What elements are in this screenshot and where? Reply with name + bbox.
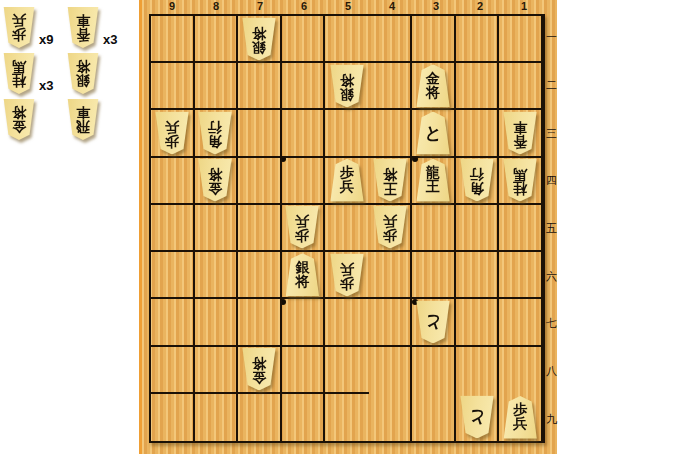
square-6g[interactable] xyxy=(282,299,326,346)
koma-kanji: 歩 xyxy=(340,166,354,180)
square-2a[interactable] xyxy=(456,16,500,63)
file-label-8: 8 xyxy=(194,0,238,14)
gote-pawn-piece[interactable]: 歩兵 xyxy=(284,206,321,249)
file-label-6: 6 xyxy=(282,0,326,14)
square-8d[interactable]: 金将 xyxy=(195,158,239,205)
square-8h[interactable] xyxy=(195,347,239,394)
hand-slot-lance: 香車x3 xyxy=(66,2,130,48)
sente-dragon-piece[interactable]: 龍王 xyxy=(415,159,452,202)
hand-slot-pawn: 歩兵x9 xyxy=(2,2,66,48)
koma-kanji: と xyxy=(468,409,485,426)
sente-pawn-piece[interactable]: 歩兵 xyxy=(328,159,365,202)
koma-kanji: 兵 xyxy=(340,261,354,275)
koma-kanji: 馬 xyxy=(12,59,26,73)
koma-kanji: 兵 xyxy=(513,417,527,431)
square-4b[interactable] xyxy=(369,63,413,110)
square-9e[interactable] xyxy=(151,205,195,252)
rank-labels: 一二三四五六七八九 xyxy=(546,14,557,443)
koma-kanji: と xyxy=(424,313,441,330)
koma-kanji: 将 xyxy=(76,59,90,73)
gote-lance-piece[interactable]: 香車 xyxy=(66,7,100,48)
koma-kanji: 王 xyxy=(383,181,397,195)
koma-face: 銀将 xyxy=(66,53,100,94)
koma-kanji: 兵 xyxy=(12,13,26,27)
hand-count-lance: x3 xyxy=(103,32,117,47)
gote-bishop-piece[interactable]: 角行 xyxy=(458,159,495,202)
gote-rook-piece[interactable]: 飛車 xyxy=(66,99,100,140)
koma-kanji: と xyxy=(424,125,441,142)
koma-face: と xyxy=(415,112,452,155)
koma-kanji: 歩 xyxy=(165,134,179,148)
koma-kanji: 将 xyxy=(208,167,222,181)
square-7a[interactable]: 銀将 xyxy=(238,16,282,63)
square-2e[interactable] xyxy=(456,205,500,252)
square-6c[interactable] xyxy=(282,110,326,157)
square-3i[interactable] xyxy=(412,394,456,441)
square-8b[interactable] xyxy=(195,63,239,110)
square-4h[interactable] xyxy=(369,347,413,394)
koma-kanji: 銀 xyxy=(340,86,354,100)
square-7e[interactable] xyxy=(238,205,282,252)
square-2b[interactable] xyxy=(456,63,500,110)
koma-kanji: 将 xyxy=(383,167,397,181)
koma-kanji: 歩 xyxy=(340,275,354,289)
koma-kanji: 金 xyxy=(208,181,222,195)
square-3d[interactable]: 龍王 xyxy=(412,158,456,205)
square-7g[interactable] xyxy=(238,299,282,346)
koma-face: 金将 xyxy=(2,99,36,140)
sente-silver-piece[interactable]: 銀将 xyxy=(284,253,321,296)
koma-face: 歩兵 xyxy=(284,206,321,249)
square-5e[interactable] xyxy=(325,205,369,252)
koma-face: 金将 xyxy=(240,348,277,391)
koma-face: 歩兵 xyxy=(502,396,539,439)
gote-lance-piece[interactable]: 香車 xyxy=(502,112,539,155)
hand-slot-gold: 金将 xyxy=(2,94,66,140)
gote-hand-tray: 歩兵x9香車x3桂馬x3銀将金将飛車 xyxy=(2,2,134,144)
koma-kanji: 兵 xyxy=(165,120,179,134)
square-5c[interactable] xyxy=(325,110,369,157)
koma-face: 歩兵 xyxy=(371,206,408,249)
koma-kanji: 兵 xyxy=(295,214,309,228)
square-2f[interactable] xyxy=(456,252,500,299)
square-8i[interactable] xyxy=(195,394,239,441)
koma-kanji: 王 xyxy=(426,180,440,194)
file-label-5: 5 xyxy=(326,0,370,14)
square-5b[interactable]: 銀将 xyxy=(325,63,369,110)
square-9i[interactable] xyxy=(151,394,195,441)
koma-kanji: 将 xyxy=(252,356,266,370)
square-5f[interactable]: 歩兵 xyxy=(325,252,369,299)
square-4i[interactable] xyxy=(369,394,413,441)
rank-label-7: 七 xyxy=(546,300,557,348)
rank-label-1: 一 xyxy=(546,14,557,62)
koma-kanji: 馬 xyxy=(513,167,527,181)
gote-silver-piece[interactable]: 銀将 xyxy=(328,64,365,107)
square-6i[interactable] xyxy=(282,394,326,441)
square-1h[interactable] xyxy=(499,347,543,394)
koma-kanji: 香 xyxy=(76,27,90,41)
gote-tokin-piece[interactable]: と xyxy=(458,396,495,439)
file-label-1: 1 xyxy=(502,0,546,14)
gote-gold-piece[interactable]: 金将 xyxy=(197,159,234,202)
koma-kanji: 将 xyxy=(295,274,309,288)
gote-gold-piece[interactable]: 金将 xyxy=(2,99,36,140)
square-9c[interactable]: 歩兵 xyxy=(151,110,195,157)
square-5d[interactable]: 歩兵 xyxy=(325,158,369,205)
rank-label-4: 四 xyxy=(546,157,557,205)
gote-pawn-piece[interactable]: 歩兵 xyxy=(328,253,365,296)
hand-count-pawn: x9 xyxy=(39,32,53,47)
square-9a[interactable] xyxy=(151,16,195,63)
square-6d[interactable] xyxy=(282,158,326,205)
rank-label-9: 九 xyxy=(546,395,557,443)
koma-kanji: 香 xyxy=(513,134,527,148)
square-1e[interactable] xyxy=(499,205,543,252)
koma-face: 角行 xyxy=(197,112,234,155)
koma-face: 香車 xyxy=(502,112,539,155)
gote-gold-piece[interactable]: 金将 xyxy=(240,348,277,391)
koma-kanji: 将 xyxy=(12,105,26,119)
gote-silver-piece[interactable]: 銀将 xyxy=(240,17,277,60)
square-1g[interactable] xyxy=(499,299,543,346)
koma-face: 歩兵 xyxy=(328,159,365,202)
rank-label-2: 二 xyxy=(546,62,557,110)
square-5g[interactable] xyxy=(325,299,369,346)
hand-slot-rook: 飛車 xyxy=(66,94,130,140)
board-grid: 銀将銀将金将歩兵角行と香車金将歩兵王将龍王角行桂馬歩兵歩兵銀将歩兵と金将と歩兵 xyxy=(149,14,545,443)
file-label-7: 7 xyxy=(238,0,282,14)
koma-face: 香車 xyxy=(66,7,100,48)
koma-kanji: 行 xyxy=(470,167,484,181)
koma-face: 桂馬 xyxy=(502,159,539,202)
square-2g[interactable] xyxy=(456,299,500,346)
square-3e[interactable] xyxy=(412,205,456,252)
koma-face: 飛車 xyxy=(66,99,100,140)
koma-kanji: 兵 xyxy=(383,214,397,228)
square-6e[interactable]: 歩兵 xyxy=(282,205,326,252)
square-2c[interactable] xyxy=(456,110,500,157)
square-4a[interactable] xyxy=(369,16,413,63)
file-label-4: 4 xyxy=(370,0,414,14)
sente-gold-piece[interactable]: 金将 xyxy=(415,64,452,107)
koma-face: 銀将 xyxy=(328,64,365,107)
square-1c[interactable]: 香車 xyxy=(499,110,543,157)
square-3c[interactable]: と xyxy=(412,110,456,157)
gote-pawn-piece[interactable]: 歩兵 xyxy=(2,7,36,48)
square-9h[interactable] xyxy=(151,347,195,394)
square-1a[interactable] xyxy=(499,16,543,63)
koma-kanji: 歩 xyxy=(383,228,397,242)
koma-kanji: 龍 xyxy=(426,166,440,180)
gote-silver-piece[interactable]: 銀将 xyxy=(66,53,100,94)
koma-kanji: 歩 xyxy=(295,228,309,242)
square-5i[interactable] xyxy=(325,394,369,441)
koma-kanji: 将 xyxy=(426,85,440,99)
rank-label-3: 三 xyxy=(546,109,557,157)
koma-kanji: 車 xyxy=(513,120,527,134)
koma-face: 歩兵 xyxy=(2,7,36,48)
sente-tokin-piece[interactable]: と xyxy=(415,112,452,155)
koma-kanji: 桂 xyxy=(513,181,527,195)
hand-slot-silver: 銀将 xyxy=(66,48,130,94)
square-9b[interactable] xyxy=(151,63,195,110)
gote-knight-piece[interactable]: 桂馬 xyxy=(2,53,36,94)
square-8c[interactable]: 角行 xyxy=(195,110,239,157)
square-9d[interactable] xyxy=(151,158,195,205)
square-3g[interactable]: と xyxy=(412,299,456,346)
square-7b[interactable] xyxy=(238,63,282,110)
square-1d[interactable]: 桂馬 xyxy=(499,158,543,205)
square-7c[interactable] xyxy=(238,110,282,157)
shogi-diagram: 歩兵x9香車x3桂馬x3銀将金将飛車 987654321 銀将銀将金将歩兵角行と… xyxy=(0,0,686,454)
gote-pawn-piece[interactable]: 歩兵 xyxy=(153,112,190,155)
square-5h[interactable] xyxy=(325,347,369,394)
koma-kanji: 銀 xyxy=(252,39,266,53)
square-3a[interactable] xyxy=(412,16,456,63)
gote-pawn-piece[interactable]: 歩兵 xyxy=(371,206,408,249)
koma-face: 金将 xyxy=(197,159,234,202)
square-7f[interactable] xyxy=(238,252,282,299)
file-label-2: 2 xyxy=(458,0,502,14)
koma-kanji: 金 xyxy=(12,119,26,133)
square-3f[interactable] xyxy=(412,252,456,299)
koma-kanji: 車 xyxy=(76,105,90,119)
koma-face: 金将 xyxy=(415,64,452,107)
koma-face: 歩兵 xyxy=(328,253,365,296)
file-labels: 987654321 xyxy=(150,0,546,14)
hand-slot-knight: 桂馬x3 xyxy=(2,48,66,94)
hand-count-knight: x3 xyxy=(39,78,53,93)
koma-kanji: 金 xyxy=(426,71,440,85)
koma-face: 角行 xyxy=(458,159,495,202)
rank-label-5: 五 xyxy=(546,205,557,253)
koma-face: 王将 xyxy=(371,159,408,202)
koma-face: と xyxy=(415,300,452,343)
gote-tokin-piece[interactable]: と xyxy=(415,300,452,343)
square-9f[interactable] xyxy=(151,252,195,299)
koma-kanji: 桂 xyxy=(12,73,26,87)
square-8e[interactable] xyxy=(195,205,239,252)
gote-bishop-piece[interactable]: 角行 xyxy=(197,112,234,155)
file-label-3: 3 xyxy=(414,0,458,14)
koma-kanji: 行 xyxy=(208,120,222,134)
square-7d[interactable] xyxy=(238,158,282,205)
square-8g[interactable] xyxy=(195,299,239,346)
koma-kanji: 飛 xyxy=(76,119,90,133)
square-2d[interactable]: 角行 xyxy=(456,158,500,205)
koma-kanji: 角 xyxy=(208,134,222,148)
koma-kanji: 銀 xyxy=(76,73,90,87)
square-5a[interactable] xyxy=(325,16,369,63)
square-4e[interactable]: 歩兵 xyxy=(369,205,413,252)
koma-face: と xyxy=(458,396,495,439)
square-4c[interactable] xyxy=(369,110,413,157)
koma-face: 桂馬 xyxy=(2,53,36,94)
square-9g[interactable] xyxy=(151,299,195,346)
square-3b[interactable]: 金将 xyxy=(412,63,456,110)
shogi-board-panel: 987654321 銀将銀将金将歩兵角行と香車金将歩兵王将龍王角行桂馬歩兵歩兵銀… xyxy=(139,0,557,454)
koma-kanji: 将 xyxy=(252,25,266,39)
koma-face: 龍王 xyxy=(415,159,452,202)
sente-pawn-piece[interactable]: 歩兵 xyxy=(502,396,539,439)
square-3h[interactable] xyxy=(412,347,456,394)
rank-label-6: 六 xyxy=(546,252,557,300)
square-4g[interactable] xyxy=(369,299,413,346)
koma-kanji: 兵 xyxy=(340,180,354,194)
koma-kanji: 車 xyxy=(76,13,90,27)
koma-kanji: 金 xyxy=(252,370,266,384)
koma-face: 銀将 xyxy=(284,253,321,296)
file-label-9: 9 xyxy=(150,0,194,14)
koma-kanji: 将 xyxy=(340,72,354,86)
square-6h[interactable] xyxy=(282,347,326,394)
gote-knight-piece[interactable]: 桂馬 xyxy=(502,159,539,202)
square-4f[interactable] xyxy=(369,252,413,299)
square-1f[interactable] xyxy=(499,252,543,299)
koma-kanji: 銀 xyxy=(295,260,309,274)
square-1b[interactable] xyxy=(499,63,543,110)
square-8f[interactable] xyxy=(195,252,239,299)
koma-face: 銀将 xyxy=(240,17,277,60)
gote-king-piece[interactable]: 王将 xyxy=(371,159,408,202)
square-7i[interactable] xyxy=(238,394,282,441)
square-2i[interactable]: と xyxy=(456,394,500,441)
koma-face: 歩兵 xyxy=(153,112,190,155)
koma-kanji: 歩 xyxy=(12,27,26,41)
square-8a[interactable] xyxy=(195,16,239,63)
square-4d[interactable]: 王将 xyxy=(369,158,413,205)
rank-label-8: 八 xyxy=(546,348,557,396)
square-6f[interactable]: 銀将 xyxy=(282,252,326,299)
koma-kanji: 角 xyxy=(470,181,484,195)
square-2h[interactable] xyxy=(456,347,500,394)
square-6b[interactable] xyxy=(282,63,326,110)
square-7h[interactable]: 金将 xyxy=(238,347,282,394)
square-6a[interactable] xyxy=(282,16,326,63)
square-1i[interactable]: 歩兵 xyxy=(499,394,543,441)
koma-kanji: 歩 xyxy=(513,403,527,417)
